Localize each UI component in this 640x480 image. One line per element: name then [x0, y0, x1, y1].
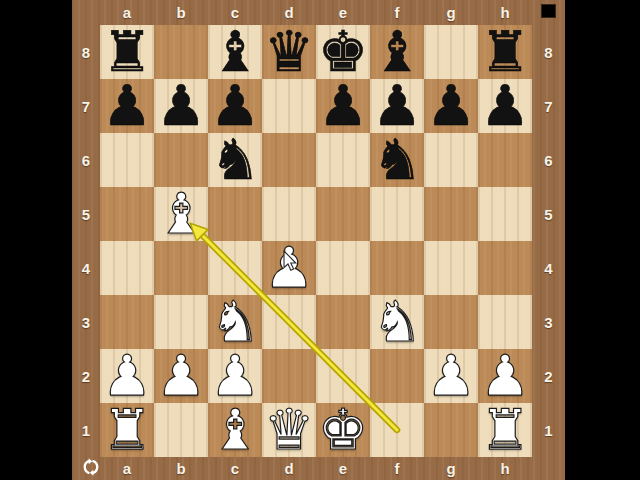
square-f1[interactable]: [370, 403, 424, 457]
square-h7[interactable]: ♟: [478, 79, 532, 133]
square-b6[interactable]: [154, 133, 208, 187]
square-c5[interactable]: [208, 187, 262, 241]
square-h5[interactable]: [478, 187, 532, 241]
square-h1[interactable]: ♜: [478, 403, 532, 457]
square-b2[interactable]: ♟: [154, 349, 208, 403]
piece-black-queen[interactable]: ♛: [264, 24, 314, 80]
square-d1[interactable]: ♛: [262, 403, 316, 457]
rank-label-1: 1: [72, 422, 100, 439]
file-label-f: f: [370, 460, 424, 477]
board-frame: abcdefgh abcdefgh 87654321 87654321 ♜♝♛♚…: [72, 0, 565, 480]
square-g4[interactable]: [424, 241, 478, 295]
piece-black-knight[interactable]: ♞: [372, 132, 422, 188]
chess-app-window: abcdefgh abcdefgh 87654321 87654321 ♜♝♛♚…: [0, 0, 640, 480]
rank-label-4: 4: [532, 260, 565, 277]
square-d2[interactable]: [262, 349, 316, 403]
square-h8[interactable]: ♜: [478, 25, 532, 79]
square-h4[interactable]: [478, 241, 532, 295]
file-label-g: g: [424, 460, 478, 477]
square-e7[interactable]: ♟: [316, 79, 370, 133]
square-c7[interactable]: ♟: [208, 79, 262, 133]
square-b8[interactable]: [154, 25, 208, 79]
square-d4[interactable]: ♟: [262, 241, 316, 295]
square-e1[interactable]: ♚: [316, 403, 370, 457]
file-label-h: h: [478, 460, 532, 477]
piece-white-knight[interactable]: ♞: [372, 294, 422, 350]
piece-white-pawn[interactable]: ♟: [210, 348, 260, 404]
rank-label-1: 1: [532, 422, 565, 439]
square-d7[interactable]: [262, 79, 316, 133]
rank-label-8: 8: [532, 44, 565, 61]
piece-black-rook[interactable]: ♜: [102, 24, 152, 80]
rank-label-6: 6: [72, 152, 100, 169]
square-a6[interactable]: [100, 133, 154, 187]
chess-board: ♜♝♛♚♝♜♟♟♟♟♟♟♟♞♞♝♟♞♞♟♟♟♟♟♜♝♛♚♜: [100, 25, 532, 457]
square-d6[interactable]: [262, 133, 316, 187]
square-f4[interactable]: [370, 241, 424, 295]
letterbox-left: [0, 0, 72, 480]
square-f6[interactable]: ♞: [370, 133, 424, 187]
piece-white-pawn[interactable]: ♟: [102, 348, 152, 404]
piece-black-pawn[interactable]: ♟: [372, 78, 422, 134]
piece-black-knight[interactable]: ♞: [210, 132, 260, 188]
piece-black-bishop[interactable]: ♝: [372, 24, 422, 80]
square-b4[interactable]: [154, 241, 208, 295]
file-label-g: g: [424, 4, 478, 21]
rank-label-8: 8: [72, 44, 100, 61]
file-label-d: d: [262, 460, 316, 477]
square-e3[interactable]: [316, 295, 370, 349]
square-b7[interactable]: ♟: [154, 79, 208, 133]
rank-label-5: 5: [532, 206, 565, 223]
square-a5[interactable]: [100, 187, 154, 241]
square-c1[interactable]: ♝: [208, 403, 262, 457]
square-h6[interactable]: [478, 133, 532, 187]
square-a7[interactable]: ♟: [100, 79, 154, 133]
square-c4[interactable]: [208, 241, 262, 295]
square-e2[interactable]: [316, 349, 370, 403]
file-labels-top: abcdefgh: [100, 0, 532, 25]
square-b5[interactable]: ♝: [154, 187, 208, 241]
piece-white-rook[interactable]: ♜: [102, 402, 152, 458]
rank-label-3: 3: [72, 314, 100, 331]
square-e8[interactable]: ♚: [316, 25, 370, 79]
square-f3[interactable]: ♞: [370, 295, 424, 349]
piece-white-pawn[interactable]: ♟: [426, 348, 476, 404]
piece-white-queen[interactable]: ♛: [264, 402, 314, 458]
piece-white-pawn[interactable]: ♟: [264, 240, 314, 296]
square-c6[interactable]: ♞: [208, 133, 262, 187]
square-a2[interactable]: ♟: [100, 349, 154, 403]
file-label-e: e: [316, 460, 370, 477]
flip-board-button[interactable]: [80, 457, 102, 477]
piece-white-bishop[interactable]: ♝: [210, 402, 260, 458]
square-e4[interactable]: [316, 241, 370, 295]
square-a4[interactable]: [100, 241, 154, 295]
square-e5[interactable]: [316, 187, 370, 241]
piece-black-king[interactable]: ♚: [318, 24, 368, 80]
piece-black-pawn[interactable]: ♟: [426, 78, 476, 134]
piece-white-pawn[interactable]: ♟: [480, 348, 530, 404]
file-label-b: b: [154, 4, 208, 21]
square-f8[interactable]: ♝: [370, 25, 424, 79]
rank-label-7: 7: [72, 98, 100, 115]
square-d8[interactable]: ♛: [262, 25, 316, 79]
square-a1[interactable]: ♜: [100, 403, 154, 457]
square-a3[interactable]: [100, 295, 154, 349]
square-f2[interactable]: [370, 349, 424, 403]
piece-white-rook[interactable]: ♜: [480, 402, 530, 458]
piece-white-knight[interactable]: ♞: [210, 294, 260, 350]
piece-white-pawn[interactable]: ♟: [156, 348, 206, 404]
square-c8[interactable]: ♝: [208, 25, 262, 79]
square-d3[interactable]: [262, 295, 316, 349]
square-g1[interactable]: [424, 403, 478, 457]
file-label-c: c: [208, 460, 262, 477]
square-c3[interactable]: ♞: [208, 295, 262, 349]
file-labels-bottom: abcdefgh: [100, 457, 532, 480]
rank-label-6: 6: [532, 152, 565, 169]
piece-black-pawn[interactable]: ♟: [210, 78, 260, 134]
rank-labels-right: 87654321: [532, 25, 565, 457]
square-g2[interactable]: ♟: [424, 349, 478, 403]
piece-black-rook[interactable]: ♜: [480, 24, 530, 80]
file-label-b: b: [154, 460, 208, 477]
square-f5[interactable]: [370, 187, 424, 241]
piece-black-pawn[interactable]: ♟: [480, 78, 530, 134]
square-g8[interactable]: [424, 25, 478, 79]
piece-black-pawn[interactable]: ♟: [318, 78, 368, 134]
piece-black-bishop[interactable]: ♝: [210, 24, 260, 80]
square-a8[interactable]: ♜: [100, 25, 154, 79]
piece-white-bishop[interactable]: ♝: [156, 186, 206, 242]
square-b3[interactable]: [154, 295, 208, 349]
square-g6[interactable]: [424, 133, 478, 187]
rank-label-2: 2: [72, 368, 100, 385]
square-c2[interactable]: ♟: [208, 349, 262, 403]
square-h3[interactable]: [478, 295, 532, 349]
square-f7[interactable]: ♟: [370, 79, 424, 133]
rank-label-3: 3: [532, 314, 565, 331]
rank-labels-left: 87654321: [72, 25, 100, 457]
square-g3[interactable]: [424, 295, 478, 349]
rank-label-5: 5: [72, 206, 100, 223]
file-label-a: a: [100, 460, 154, 477]
letterbox-right: [565, 0, 640, 480]
piece-black-pawn[interactable]: ♟: [102, 78, 152, 134]
side-to-move-indicator: [541, 4, 556, 18]
piece-black-pawn[interactable]: ♟: [156, 78, 206, 134]
square-e6[interactable]: [316, 133, 370, 187]
square-h2[interactable]: ♟: [478, 349, 532, 403]
piece-white-king[interactable]: ♚: [318, 402, 368, 458]
rank-label-4: 4: [72, 260, 100, 277]
flip-board-icon: [85, 461, 97, 473]
square-d5[interactable]: [262, 187, 316, 241]
rank-label-7: 7: [532, 98, 565, 115]
square-b1[interactable]: [154, 403, 208, 457]
square-g5[interactable]: [424, 187, 478, 241]
rank-label-2: 2: [532, 368, 565, 385]
square-g7[interactable]: ♟: [424, 79, 478, 133]
